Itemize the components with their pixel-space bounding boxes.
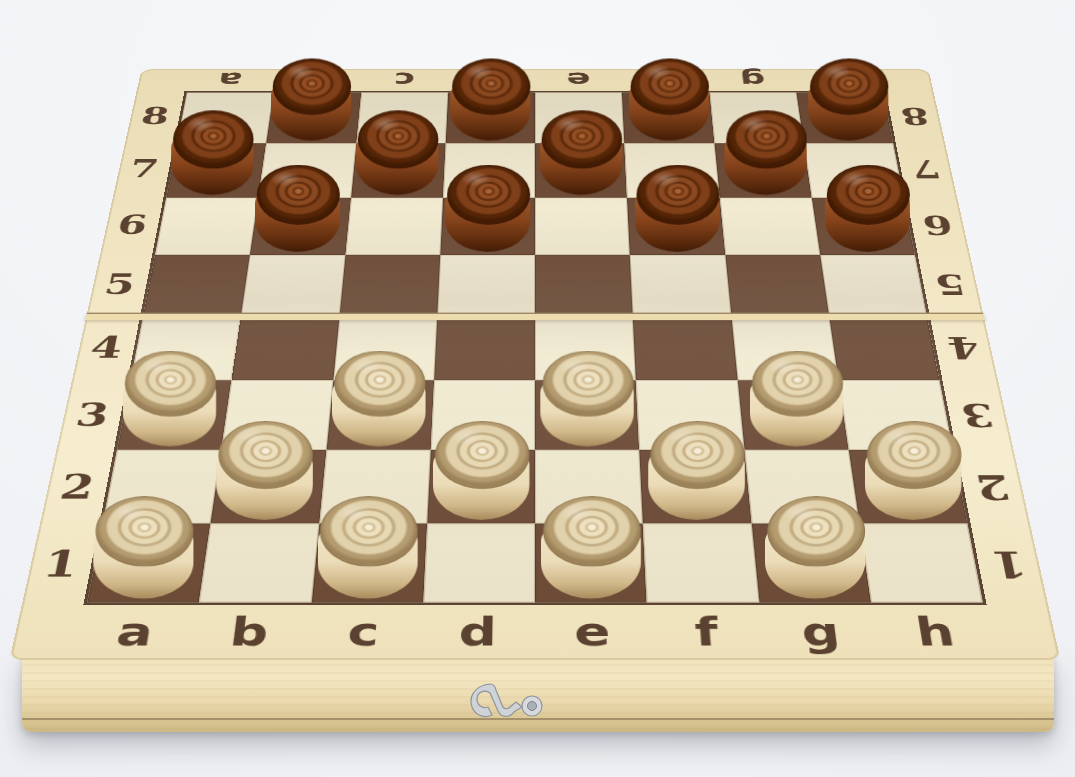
square-d6[interactable]: [440, 197, 535, 254]
square-e7[interactable]: [535, 143, 627, 197]
checker-dark-d8[interactable]: [445, 92, 535, 143]
square-a6[interactable]: [155, 197, 258, 254]
piece-body: [123, 350, 217, 448]
square-b2[interactable]: [211, 449, 326, 523]
file-label-top-c: c: [360, 69, 449, 91]
piece-body: [433, 421, 530, 522]
square-f6[interactable]: [627, 197, 725, 254]
square-g3[interactable]: [737, 380, 848, 449]
file-label-g: g: [761, 605, 882, 660]
photo-stage: abcdefgh abcdefgh 87654321 87654321: [0, 0, 1075, 777]
piece-top: [543, 496, 641, 567]
piece-top: [435, 421, 530, 489]
file-label-f: f: [648, 605, 766, 660]
piece-top: [219, 421, 314, 489]
piece-top: [810, 59, 888, 115]
checker-dark-a7[interactable]: [166, 143, 266, 197]
file-label-c: c: [304, 605, 422, 660]
square-b1[interactable]: [199, 523, 319, 602]
square-c3[interactable]: [326, 380, 434, 449]
checker-dark-b6[interactable]: [250, 197, 351, 254]
square-b4[interactable]: [232, 316, 339, 381]
rank-label-right-8: 8: [886, 91, 945, 142]
square-g1[interactable]: [751, 523, 871, 602]
piece-body: [765, 496, 865, 601]
square-b8[interactable]: [266, 92, 361, 143]
piece-top: [767, 496, 865, 567]
square-f5[interactable]: [630, 255, 731, 316]
board-wrap: abcdefgh abcdefgh 87654321 87654321: [0, 0, 1075, 777]
piece-body: [217, 421, 314, 522]
square-e1[interactable]: [535, 523, 647, 602]
piece-top: [334, 350, 425, 416]
piece-top: [173, 110, 254, 168]
piece-top: [827, 165, 910, 225]
piece-body: [540, 110, 623, 196]
piece-top: [452, 59, 530, 115]
square-h4[interactable]: [829, 316, 940, 381]
checker-dark-h6[interactable]: [812, 197, 915, 254]
square-b5[interactable]: [241, 255, 345, 316]
piece-body: [724, 110, 807, 196]
checker-white-a3[interactable]: [117, 380, 232, 449]
square-f8[interactable]: [622, 92, 714, 143]
square-g6[interactable]: [719, 197, 820, 254]
checker-white-g1[interactable]: [751, 523, 871, 602]
piece-top: [357, 110, 438, 168]
square-b6[interactable]: [250, 197, 351, 254]
checker-white-g3[interactable]: [737, 380, 848, 449]
square-e6[interactable]: [535, 197, 630, 254]
piece-body: [825, 165, 910, 254]
piece-body: [356, 110, 439, 196]
checker-dark-c7[interactable]: [351, 143, 446, 197]
file-labels-bottom: abcdefgh: [73, 605, 998, 660]
square-c7[interactable]: [351, 143, 446, 197]
piece-top: [96, 496, 194, 567]
square-h1[interactable]: [859, 523, 983, 602]
file-label-d: d: [419, 605, 535, 660]
checker-dark-e7[interactable]: [535, 143, 627, 197]
checker-dark-f8[interactable]: [622, 92, 714, 143]
board-grid: [83, 91, 986, 605]
piece-body: [445, 165, 530, 254]
square-d2[interactable]: [427, 449, 535, 523]
square-g5[interactable]: [725, 255, 829, 316]
rank-label-right-5: 5: [918, 254, 984, 315]
piece-body: [629, 59, 709, 143]
square-d8[interactable]: [445, 92, 535, 143]
piece-top: [542, 110, 623, 168]
square-g7[interactable]: [714, 143, 811, 197]
piece-body: [808, 59, 888, 143]
piece-top: [631, 59, 709, 115]
file-label-top-a: a: [184, 69, 275, 91]
square-d5[interactable]: [437, 255, 535, 316]
square-e5[interactable]: [535, 255, 633, 316]
checker-dark-h8[interactable]: [796, 92, 893, 143]
square-d4[interactable]: [434, 316, 535, 381]
checker-dark-b8[interactable]: [266, 92, 361, 143]
square-a7[interactable]: [166, 143, 266, 197]
piece-body: [255, 165, 340, 254]
file-label-e: e: [535, 605, 651, 660]
checker-white-h2[interactable]: [848, 449, 967, 523]
hinge-seam: [85, 313, 985, 321]
piece-top: [726, 110, 807, 168]
square-h6[interactable]: [812, 197, 915, 254]
piece-top: [543, 350, 634, 416]
square-c1[interactable]: [311, 523, 427, 602]
file-label-b: b: [188, 605, 309, 660]
checker-white-a1[interactable]: [87, 523, 211, 602]
piece-top: [637, 165, 720, 225]
piece-top: [125, 350, 216, 416]
square-f1[interactable]: [643, 523, 759, 602]
piece-top: [447, 165, 530, 225]
piece-top: [751, 350, 842, 416]
checkers-board: abcdefgh abcdefgh 87654321 87654321: [10, 69, 1061, 660]
piece-top: [273, 59, 351, 115]
file-label-top-g: g: [708, 69, 798, 91]
checker-dark-g7[interactable]: [714, 143, 811, 197]
rank-label-7: 7: [113, 142, 174, 196]
piece-body: [541, 496, 641, 601]
rank-label-right-4: 4: [930, 315, 998, 380]
square-e3[interactable]: [535, 380, 639, 449]
checker-dark-d6[interactable]: [440, 197, 535, 254]
square-f4[interactable]: [633, 316, 737, 381]
piece-body: [450, 59, 530, 143]
piece-body: [171, 110, 254, 196]
piece-body: [865, 421, 962, 522]
checker-white-d2[interactable]: [427, 449, 535, 523]
piece-top: [651, 421, 746, 489]
square-c5[interactable]: [339, 255, 440, 316]
square-h5[interactable]: [820, 255, 927, 316]
piece-body: [332, 350, 426, 448]
piece-body: [317, 496, 417, 601]
piece-top: [319, 496, 417, 567]
square-h8[interactable]: [796, 92, 893, 143]
square-c6[interactable]: [345, 197, 443, 254]
square-a3[interactable]: [117, 380, 232, 449]
checker-white-c3[interactable]: [326, 380, 434, 449]
piece-body: [749, 350, 843, 448]
checker-white-b2[interactable]: [211, 449, 326, 523]
file-label-a: a: [73, 605, 197, 660]
piece-body: [540, 350, 634, 448]
checker-white-c1[interactable]: [311, 523, 427, 602]
checker-white-e1[interactable]: [535, 523, 647, 602]
file-label-top-e: e: [535, 69, 623, 91]
square-a5[interactable]: [143, 255, 250, 316]
piece-top: [867, 421, 962, 489]
rank-label-right-6: 6: [906, 196, 970, 254]
square-a1[interactable]: [87, 523, 211, 602]
checker-white-e3[interactable]: [535, 380, 639, 449]
checker-dark-f6[interactable]: [627, 197, 725, 254]
piece-body: [635, 165, 720, 254]
piece-top: [257, 165, 340, 225]
square-f2[interactable]: [639, 449, 751, 523]
piece-body: [93, 496, 193, 601]
square-d1[interactable]: [423, 523, 535, 602]
checker-white-f2[interactable]: [639, 449, 751, 523]
piece-body: [649, 421, 746, 522]
square-h2[interactable]: [848, 449, 967, 523]
file-label-h: h: [874, 605, 998, 660]
piece-body: [271, 59, 351, 143]
